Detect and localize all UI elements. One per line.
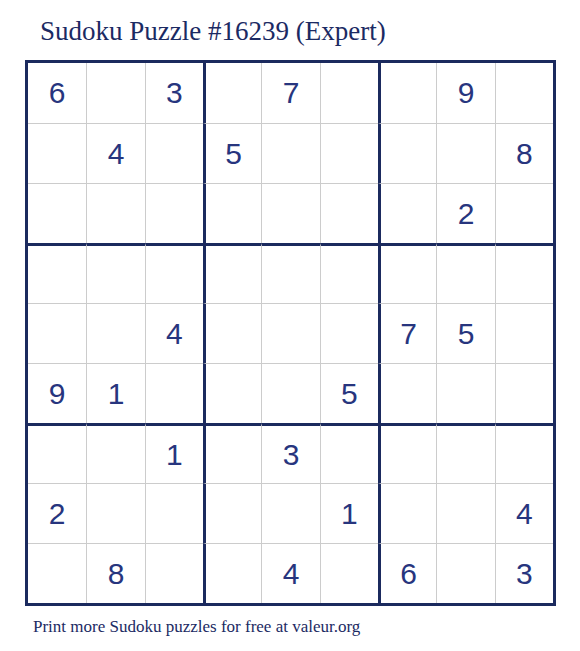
cell-r9c1 xyxy=(28,543,86,603)
cell-r8c7 xyxy=(378,483,436,543)
cell-r4c8 xyxy=(436,243,494,303)
cell-r7c4 xyxy=(203,423,261,483)
cell-r2c4: 5 xyxy=(203,123,261,183)
cell-r2c7 xyxy=(378,123,436,183)
cell-r5c5 xyxy=(261,303,319,363)
cell-r5c9 xyxy=(495,303,553,363)
cell-r4c9 xyxy=(495,243,553,303)
cell-r5c8: 5 xyxy=(436,303,494,363)
cell-r6c2: 1 xyxy=(86,363,144,423)
cell-r9c2: 8 xyxy=(86,543,144,603)
cell-r8c2 xyxy=(86,483,144,543)
cell-r9c4 xyxy=(203,543,261,603)
cell-r2c5 xyxy=(261,123,319,183)
cell-r7c9 xyxy=(495,423,553,483)
cell-r3c9 xyxy=(495,183,553,243)
cell-r4c2 xyxy=(86,243,144,303)
cell-r5c2 xyxy=(86,303,144,363)
cell-r6c7 xyxy=(378,363,436,423)
cell-r6c8 xyxy=(436,363,494,423)
cell-r6c4 xyxy=(203,363,261,423)
cell-r7c7 xyxy=(378,423,436,483)
cell-r2c9: 8 xyxy=(495,123,553,183)
cell-r8c8 xyxy=(436,483,494,543)
cell-r4c5 xyxy=(261,243,319,303)
cell-r1c9 xyxy=(495,63,553,123)
page-title: Sudoku Puzzle #16239 (Expert) xyxy=(40,16,386,47)
cell-r1c6 xyxy=(320,63,378,123)
cell-r3c4 xyxy=(203,183,261,243)
cell-r8c1: 2 xyxy=(28,483,86,543)
cell-r2c1 xyxy=(28,123,86,183)
cell-r4c4 xyxy=(203,243,261,303)
cell-r3c8: 2 xyxy=(436,183,494,243)
cell-r8c4 xyxy=(203,483,261,543)
cell-r1c7 xyxy=(378,63,436,123)
cell-r3c1 xyxy=(28,183,86,243)
cell-r2c3 xyxy=(145,123,203,183)
cell-r7c3: 1 xyxy=(145,423,203,483)
cell-r1c2 xyxy=(86,63,144,123)
cell-r9c8 xyxy=(436,543,494,603)
cell-r6c6: 5 xyxy=(320,363,378,423)
cell-r8c3 xyxy=(145,483,203,543)
cell-r1c5: 7 xyxy=(261,63,319,123)
cell-r7c5: 3 xyxy=(261,423,319,483)
cell-r5c4 xyxy=(203,303,261,363)
cell-r4c6 xyxy=(320,243,378,303)
cell-r3c5 xyxy=(261,183,319,243)
cell-r4c1 xyxy=(28,243,86,303)
cell-r9c5: 4 xyxy=(261,543,319,603)
cell-r9c3 xyxy=(145,543,203,603)
sudoku-page: Sudoku Puzzle #16239 (Expert) 6379458247… xyxy=(0,0,580,651)
footer-text: Print more Sudoku puzzles for free at va… xyxy=(33,617,360,637)
cell-r5c7: 7 xyxy=(378,303,436,363)
cell-r8c9: 4 xyxy=(495,483,553,543)
cell-r3c7 xyxy=(378,183,436,243)
cell-r5c6 xyxy=(320,303,378,363)
cell-r4c7 xyxy=(378,243,436,303)
cell-r9c7: 6 xyxy=(378,543,436,603)
cell-r8c6: 1 xyxy=(320,483,378,543)
cell-r5c1 xyxy=(28,303,86,363)
cell-r6c5 xyxy=(261,363,319,423)
cell-r6c9 xyxy=(495,363,553,423)
cell-r7c2 xyxy=(86,423,144,483)
cell-r7c1 xyxy=(28,423,86,483)
cell-r2c2: 4 xyxy=(86,123,144,183)
cell-r8c5 xyxy=(261,483,319,543)
cell-r4c3 xyxy=(145,243,203,303)
cell-r2c8 xyxy=(436,123,494,183)
cell-r3c3 xyxy=(145,183,203,243)
cell-r6c3 xyxy=(145,363,203,423)
cell-r1c3: 3 xyxy=(145,63,203,123)
cell-r3c2 xyxy=(86,183,144,243)
cell-r9c9: 3 xyxy=(495,543,553,603)
cell-r1c1: 6 xyxy=(28,63,86,123)
cell-r9c6 xyxy=(320,543,378,603)
cell-r1c4 xyxy=(203,63,261,123)
cell-r2c6 xyxy=(320,123,378,183)
cell-r3c6 xyxy=(320,183,378,243)
sudoku-board: 63794582475915132148463 xyxy=(25,60,556,606)
cell-r7c6 xyxy=(320,423,378,483)
cell-r5c3: 4 xyxy=(145,303,203,363)
cell-r7c8 xyxy=(436,423,494,483)
cell-r6c1: 9 xyxy=(28,363,86,423)
cell-r1c8: 9 xyxy=(436,63,494,123)
